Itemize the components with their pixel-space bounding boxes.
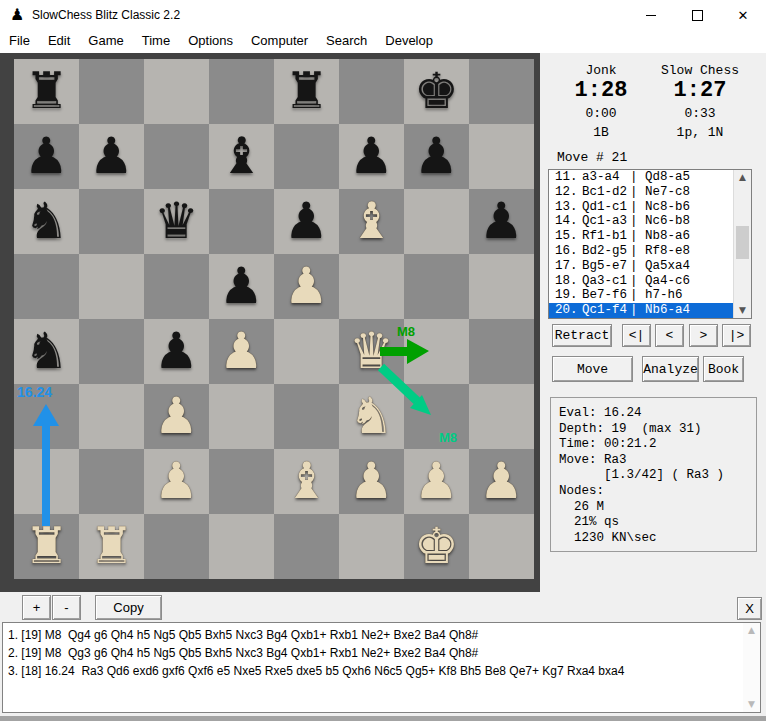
menu-item-edit[interactable]: Edit bbox=[39, 30, 79, 52]
black-pawn: ♟ bbox=[469, 189, 534, 253]
white-move-time: 0:00 bbox=[551, 106, 651, 121]
white-player-name: Jonk bbox=[551, 63, 651, 78]
app-window: ♟ SlowChess Blitz Classic 2.2 ✕ FileEdit… bbox=[0, 0, 766, 721]
square-f5[interactable] bbox=[339, 254, 404, 319]
square-c8[interactable] bbox=[144, 59, 209, 124]
menu-bar: FileEditGameTimeOptionsComputerSearchDev… bbox=[0, 30, 766, 53]
white-move: Qd1-c1 bbox=[582, 200, 630, 215]
square-d7[interactable]: ♝ bbox=[209, 124, 274, 189]
black-move: Qa4-c6 bbox=[645, 274, 734, 289]
move-number: 16. bbox=[555, 244, 582, 259]
prev-move-button[interactable]: < bbox=[655, 324, 684, 347]
black-pawn: ♟ bbox=[144, 319, 209, 383]
square-c5[interactable] bbox=[144, 254, 209, 319]
copy-button[interactable]: Copy bbox=[95, 595, 162, 620]
square-h5[interactable] bbox=[469, 254, 534, 319]
analysis-line: 3. [18] 16.24 Ra3 Qd6 exd6 gxf6 Qxf6 e5 … bbox=[3, 662, 742, 680]
move-list[interactable]: 11.a3-a4|Qd8-a512.Bc1-d2|Ne7-c813.Qd1-c1… bbox=[548, 169, 752, 319]
close-analysis-button[interactable]: X bbox=[737, 597, 762, 620]
move-list-scrollbar[interactable]: ▲ ▼ bbox=[733, 170, 751, 318]
white-clock: 1:28 bbox=[551, 78, 651, 103]
square-b3[interactable] bbox=[79, 384, 144, 449]
square-h7[interactable] bbox=[469, 124, 534, 189]
move-list-rows: 11.a3-a4|Qd8-a512.Bc1-d2|Ne7-c813.Qd1-c1… bbox=[549, 170, 734, 318]
analysis-output[interactable]: 1. [19] M8 Qg4 g6 Qh4 h5 Ng5 Qb5 Bxh5 Nx… bbox=[2, 622, 761, 713]
scroll-down-icon[interactable]: ▼ bbox=[734, 303, 751, 318]
square-c3[interactable]: ♟ bbox=[144, 384, 209, 449]
black-move: h7-h6 bbox=[645, 288, 734, 303]
move-number-label: Move # 21 bbox=[557, 150, 627, 165]
engine-info-box: Eval: 16.24 Depth: 19 (max 31) Time: 00:… bbox=[550, 397, 757, 552]
white-pawn: ♟ bbox=[144, 384, 209, 448]
white-queen: ♛ bbox=[339, 319, 404, 383]
move-number: 11. bbox=[555, 170, 582, 185]
separator: | bbox=[630, 170, 645, 185]
black-rook: ♜ bbox=[14, 59, 79, 123]
board-frame: ♜♜♚♟♟♝♟♟♞♛♟♝♟♟♟♞♟♟♛♟♞♟♝♟♟♟♜♜♚ 16.24 M8 M… bbox=[0, 53, 540, 592]
book-button[interactable]: Book bbox=[703, 356, 744, 382]
square-g7[interactable]: ♟ bbox=[404, 124, 469, 189]
menu-item-search[interactable]: Search bbox=[317, 30, 376, 52]
retract-button[interactable]: Retract bbox=[552, 324, 612, 347]
white-move: Qc1-a3 bbox=[582, 214, 630, 229]
maximize-button[interactable] bbox=[674, 0, 720, 30]
black-king: ♚ bbox=[404, 59, 469, 123]
square-b6[interactable] bbox=[79, 189, 144, 254]
black-move: Nc8-b6 bbox=[645, 200, 734, 215]
black-pawn: ♟ bbox=[209, 254, 274, 318]
square-b7[interactable]: ♟ bbox=[79, 124, 144, 189]
square-c2[interactable]: ♟ bbox=[144, 449, 209, 514]
white-pawn: ♟ bbox=[209, 319, 274, 383]
square-a1[interactable]: ♜ bbox=[14, 514, 79, 579]
black-move: Qd8-a5 bbox=[645, 170, 734, 185]
eval-arrow-label: 16.24 bbox=[17, 384, 52, 400]
square-f3[interactable]: ♞ bbox=[339, 384, 404, 449]
move-number: 19. bbox=[555, 288, 582, 303]
square-h3[interactable] bbox=[469, 384, 534, 449]
square-f1[interactable] bbox=[339, 514, 404, 579]
square-h6[interactable]: ♟ bbox=[469, 189, 534, 254]
window-title: SlowChess Blitz Classic 2.2 bbox=[32, 8, 180, 22]
menu-item-options[interactable]: Options bbox=[179, 30, 242, 52]
black-captured: 1p, 1N bbox=[650, 125, 750, 140]
app-pawn-icon: ♟ bbox=[10, 5, 24, 25]
move-row[interactable]: 17.Bg5-e7|Qa5xa4 bbox=[549, 259, 734, 274]
square-h2[interactable]: ♟ bbox=[469, 449, 534, 514]
square-g8[interactable]: ♚ bbox=[404, 59, 469, 124]
analysis-scroll-up-icon[interactable]: ▲ bbox=[743, 623, 760, 638]
move-number: 18. bbox=[555, 274, 582, 289]
black-move: Nb6-a4 bbox=[645, 303, 734, 318]
white-move: Bc1-d2 bbox=[582, 185, 630, 200]
separator: | bbox=[630, 200, 645, 215]
first-move-button[interactable]: <| bbox=[622, 324, 651, 347]
last-move-button[interactable]: |> bbox=[722, 324, 751, 347]
move-number: 20. bbox=[555, 303, 582, 318]
engine-info-text: Eval: 16.24 Depth: 19 (max 31) Time: 00:… bbox=[559, 406, 724, 546]
move-number: 17. bbox=[555, 259, 582, 274]
side-panel: Jonk Slow Chess 1:28 1:27 0:00 0:33 1B 1… bbox=[540, 53, 766, 592]
black-queen: ♛ bbox=[144, 189, 209, 253]
black-move: Nb8-a6 bbox=[645, 229, 734, 244]
separator: | bbox=[630, 214, 645, 229]
menu-item-develop[interactable]: Develop bbox=[376, 30, 442, 52]
close-button[interactable]: ✕ bbox=[720, 0, 766, 30]
square-c4[interactable]: ♟ bbox=[144, 319, 209, 384]
square-d1[interactable] bbox=[209, 514, 274, 579]
square-d8[interactable] bbox=[209, 59, 274, 124]
black-clock: 1:27 bbox=[650, 78, 750, 103]
white-move: Bg5-e7 bbox=[582, 259, 630, 274]
mate-arrow-label-2: M8 bbox=[439, 430, 457, 445]
title-bar: ♟ SlowChess Blitz Classic 2.2 ✕ bbox=[0, 0, 766, 30]
window-bottom-edge bbox=[0, 716, 766, 721]
black-pawn: ♟ bbox=[14, 124, 79, 188]
move-number: 12. bbox=[555, 185, 582, 200]
square-e5[interactable]: ♟ bbox=[274, 254, 339, 319]
square-d6[interactable] bbox=[209, 189, 274, 254]
menu-item-game[interactable]: Game bbox=[79, 30, 132, 52]
square-d4[interactable]: ♟ bbox=[209, 319, 274, 384]
separator: | bbox=[630, 288, 645, 303]
separator: | bbox=[630, 229, 645, 244]
white-pawn: ♟ bbox=[469, 449, 534, 513]
scroll-thumb[interactable] bbox=[736, 226, 749, 259]
menu-item-computer[interactable]: Computer bbox=[242, 30, 317, 52]
separator: | bbox=[630, 259, 645, 274]
square-e2[interactable]: ♝ bbox=[274, 449, 339, 514]
square-e7[interactable] bbox=[274, 124, 339, 189]
remove-line-button[interactable]: - bbox=[52, 595, 81, 620]
square-a8[interactable]: ♜ bbox=[14, 59, 79, 124]
analysis-line: 1. [19] M8 Qg4 g6 Qh4 h5 Ng5 Qb5 Bxh5 Nx… bbox=[3, 626, 742, 644]
square-a7[interactable]: ♟ bbox=[14, 124, 79, 189]
separator: | bbox=[630, 303, 645, 318]
white-bishop: ♝ bbox=[274, 449, 339, 513]
square-g1[interactable]: ♚ bbox=[404, 514, 469, 579]
square-b4[interactable] bbox=[79, 319, 144, 384]
white-move: Be7-f6 bbox=[582, 288, 630, 303]
move-number: 13. bbox=[555, 200, 582, 215]
mate-arrow-label-1: M8 bbox=[397, 324, 415, 339]
separator: | bbox=[630, 244, 645, 259]
square-e6[interactable]: ♟ bbox=[274, 189, 339, 254]
menu-item-file[interactable]: File bbox=[0, 30, 39, 52]
white-pawn: ♟ bbox=[144, 449, 209, 513]
analysis-scroll-down-icon[interactable]: ▼ bbox=[743, 697, 760, 712]
black-pawn: ♟ bbox=[79, 124, 144, 188]
move-row[interactable]: 13.Qd1-c1|Nc8-b6 bbox=[549, 200, 734, 215]
move-row[interactable]: 15.Rf1-b1|Nb8-a6 bbox=[549, 229, 734, 244]
square-d5[interactable]: ♟ bbox=[209, 254, 274, 319]
move-row[interactable]: 18.Qa3-c1|Qa4-c6 bbox=[549, 274, 734, 289]
analysis-lines: 1. [19] M8 Qg4 g6 Qh4 h5 Ng5 Qb5 Bxh5 Nx… bbox=[3, 626, 742, 680]
move-row[interactable]: 19.Be7-f6|h7-h6 bbox=[549, 288, 734, 303]
next-move-button[interactable]: > bbox=[689, 324, 718, 347]
white-move: a3-a4 bbox=[582, 170, 630, 185]
black-bishop: ♝ bbox=[209, 124, 274, 188]
move-row[interactable]: 16.Bd2-g5|Rf8-e8 bbox=[549, 244, 734, 259]
square-f2[interactable]: ♟ bbox=[339, 449, 404, 514]
square-f8[interactable] bbox=[339, 59, 404, 124]
square-e4[interactable] bbox=[274, 319, 339, 384]
analysis-scrollbar[interactable]: ▲ ▼ bbox=[743, 623, 760, 712]
analyze-button[interactable]: Analyze bbox=[642, 356, 699, 382]
square-b2[interactable] bbox=[79, 449, 144, 514]
square-b1[interactable]: ♜ bbox=[79, 514, 144, 579]
square-b5[interactable] bbox=[79, 254, 144, 319]
black-move: Rf8-e8 bbox=[645, 244, 734, 259]
move-row[interactable]: 20.Qc1-f4|Nb6-a4 bbox=[549, 303, 734, 318]
white-knight: ♞ bbox=[339, 384, 404, 448]
chess-board: ♜♜♚♟♟♝♟♟♞♛♟♝♟♟♟♞♟♟♛♟♞♟♝♟♟♟♜♜♚ bbox=[14, 59, 534, 579]
white-pawn: ♟ bbox=[274, 254, 339, 318]
square-g5[interactable] bbox=[404, 254, 469, 319]
square-e8[interactable]: ♜ bbox=[274, 59, 339, 124]
white-rook: ♜ bbox=[79, 514, 144, 578]
black-move: Qa5xa4 bbox=[645, 259, 734, 274]
move-number: 15. bbox=[555, 229, 582, 244]
menu-item-time[interactable]: Time bbox=[133, 30, 179, 52]
move-number: 14. bbox=[555, 214, 582, 229]
square-d3[interactable] bbox=[209, 384, 274, 449]
square-c6[interactable]: ♛ bbox=[144, 189, 209, 254]
square-d2[interactable] bbox=[209, 449, 274, 514]
square-a6[interactable]: ♞ bbox=[14, 189, 79, 254]
separator: | bbox=[630, 274, 645, 289]
black-rook: ♜ bbox=[274, 59, 339, 123]
black-move: Nc6-b8 bbox=[645, 214, 734, 229]
black-move-time: 0:33 bbox=[650, 106, 750, 121]
square-g2[interactable]: ♟ bbox=[404, 449, 469, 514]
white-pawn: ♟ bbox=[339, 449, 404, 513]
scroll-up-icon[interactable]: ▲ bbox=[734, 170, 751, 185]
square-h4[interactable] bbox=[469, 319, 534, 384]
square-f7[interactable]: ♟ bbox=[339, 124, 404, 189]
square-e3[interactable] bbox=[274, 384, 339, 449]
add-line-button[interactable]: + bbox=[22, 595, 51, 620]
black-knight: ♞ bbox=[14, 319, 79, 383]
black-pawn: ♟ bbox=[339, 124, 404, 188]
square-f4[interactable]: ♛ bbox=[339, 319, 404, 384]
move-row[interactable]: 11.a3-a4|Qd8-a5 bbox=[549, 170, 734, 185]
square-h1[interactable] bbox=[469, 514, 534, 579]
square-g3[interactable] bbox=[404, 384, 469, 449]
separator: | bbox=[630, 185, 645, 200]
square-a4[interactable]: ♞ bbox=[14, 319, 79, 384]
square-e1[interactable] bbox=[274, 514, 339, 579]
square-g6[interactable] bbox=[404, 189, 469, 254]
black-player-name: Slow Chess bbox=[650, 63, 750, 78]
analysis-toolbar: 3 + - Copy X bbox=[0, 592, 766, 622]
white-move: Bd2-g5 bbox=[582, 244, 630, 259]
white-rook: ♜ bbox=[14, 514, 79, 578]
move-button[interactable]: Move bbox=[552, 356, 633, 382]
square-c1[interactable] bbox=[144, 514, 209, 579]
black-move: Ne7-c8 bbox=[645, 185, 734, 200]
black-pawn: ♟ bbox=[274, 189, 339, 253]
move-row[interactable]: 14.Qc1-a3|Nc6-b8 bbox=[549, 214, 734, 229]
white-king: ♚ bbox=[404, 514, 469, 578]
move-row[interactable]: 12.Bc1-d2|Ne7-c8 bbox=[549, 185, 734, 200]
white-captured: 1B bbox=[551, 125, 651, 140]
white-bishop: ♝ bbox=[339, 189, 404, 253]
square-a5[interactable] bbox=[14, 254, 79, 319]
black-knight: ♞ bbox=[14, 189, 79, 253]
square-h8[interactable] bbox=[469, 59, 534, 124]
square-a2[interactable] bbox=[14, 449, 79, 514]
white-move: Qa3-c1 bbox=[582, 274, 630, 289]
black-pawn: ♟ bbox=[404, 124, 469, 188]
white-move: Qc1-f4 bbox=[582, 303, 630, 318]
analysis-line: 2. [19] M8 Qg3 g6 Qh4 h5 Ng5 Qb5 Bxh5 Nx… bbox=[3, 644, 742, 662]
square-f6[interactable]: ♝ bbox=[339, 189, 404, 254]
square-c7[interactable] bbox=[144, 124, 209, 189]
white-move: Rf1-b1 bbox=[582, 229, 630, 244]
minimize-button[interactable] bbox=[628, 0, 674, 30]
square-b8[interactable] bbox=[79, 59, 144, 124]
white-pawn: ♟ bbox=[404, 449, 469, 513]
